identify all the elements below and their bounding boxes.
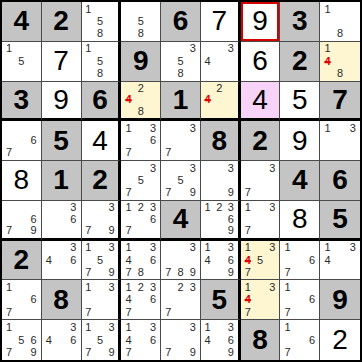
candidate-6: 6: [306, 254, 318, 266]
candidate-grid: 13469: [201, 241, 238, 280]
candidate-grid: 137: [241, 201, 280, 238]
candidate-9: 9: [28, 225, 40, 237]
empty-candidate-slot: [122, 213, 134, 225]
candidate-1: 1: [202, 321, 214, 334]
cell-r3c1[interactable]: 3: [2, 82, 42, 122]
empty-candidate-slot: [147, 225, 159, 237]
cell-r4c5[interactable]: 37: [161, 121, 201, 161]
empty-candidate-slot: [254, 266, 266, 278]
candidate-8: 8: [334, 67, 347, 79]
cell-r6c5[interactable]: 4: [161, 201, 201, 241]
candidate-6: 6: [28, 213, 40, 225]
candidate-7: 7: [83, 266, 95, 278]
empty-candidate-slot: [147, 147, 159, 159]
empty-candidate-slot: [174, 147, 186, 159]
candidate-3: 3: [67, 242, 79, 254]
candidate-3: 3: [106, 281, 118, 293]
cell-r4c2[interactable]: 5: [42, 121, 82, 161]
empty-candidate-slot: [147, 174, 159, 186]
cell-r2c8[interactable]: 2: [280, 42, 320, 82]
candidate-6: 6: [306, 334, 318, 347]
empty-candidate-slot: [334, 3, 347, 15]
empty-candidate-slot: [106, 15, 118, 27]
empty-candidate-slot: [162, 281, 174, 293]
empty-candidate-slot: [162, 334, 174, 347]
cell-r8c9[interactable]: 9: [320, 280, 360, 320]
empty-candidate-slot: [94, 281, 106, 293]
candidate-4: 4: [202, 334, 214, 347]
empty-candidate-slot: [147, 306, 159, 318]
empty-candidate-slot: [28, 43, 40, 55]
cell-value: 3: [292, 7, 308, 35]
empty-candidate-slot: [254, 242, 266, 254]
cell-r4c1[interactable]: 67: [2, 121, 42, 161]
cell-r5c3[interactable]: 2: [82, 161, 122, 201]
empty-candidate-slot: [135, 3, 147, 15]
cell-r1c6[interactable]: 7: [201, 2, 241, 42]
cell-r4c7[interactable]: 2: [241, 121, 281, 161]
candidate-1: 1: [83, 242, 95, 254]
empty-candidate-slot: [174, 334, 186, 347]
cell-r1c3[interactable]: 158: [82, 2, 122, 42]
candidate-3: 3: [266, 242, 278, 254]
candidate-8: 8: [135, 106, 147, 118]
cell-r1c7[interactable]: 9: [241, 2, 281, 42]
candidate-6: 6: [147, 135, 159, 147]
cell-value: 9: [53, 86, 69, 114]
candidate-3: 3: [187, 281, 199, 293]
cell-r9c9[interactable]: 2: [320, 320, 360, 360]
empty-candidate-slot: [294, 346, 306, 359]
empty-candidate-slot: [294, 266, 306, 278]
cell-r5c6[interactable]: 39: [201, 161, 241, 201]
cell-r3c9[interactable]: 7: [320, 82, 360, 122]
cell-r5c8[interactable]: 4: [280, 161, 320, 201]
cell-value: 5: [292, 86, 308, 114]
cell-value: 1: [53, 166, 69, 194]
empty-candidate-slot: [225, 83, 237, 95]
candidate-3: 3: [346, 122, 359, 134]
cell-r6c9[interactable]: 5: [320, 201, 360, 241]
empty-candidate-slot: [187, 174, 199, 186]
candidate-7: 7: [242, 225, 254, 237]
candidate-grid: 346: [42, 241, 81, 280]
empty-candidate-slot: [28, 202, 40, 214]
cell-r6c4[interactable]: 12367: [121, 201, 161, 241]
empty-candidate-slot: [162, 135, 174, 147]
empty-candidate-slot: [15, 321, 27, 334]
empty-candidate-slot: [135, 147, 147, 159]
candidate-grid: 13579: [82, 241, 119, 280]
candidate-3: 3: [106, 202, 118, 214]
empty-candidate-slot: [174, 242, 186, 254]
candidate-8: 8: [94, 28, 106, 40]
candidate-grid: 37: [161, 121, 200, 160]
candidate-9: 9: [106, 346, 118, 359]
candidate-1: 1: [321, 43, 334, 55]
empty-candidate-slot: [122, 28, 134, 40]
cell-r5c2[interactable]: 1: [42, 161, 82, 201]
candidate-1: 1: [281, 321, 293, 334]
empty-candidate-slot: [254, 162, 266, 174]
empty-candidate-slot: [135, 187, 147, 199]
empty-candidate-slot: [213, 266, 225, 278]
cell-r1c8[interactable]: 3: [280, 2, 320, 42]
cell-r2c9[interactable]: 148: [320, 42, 360, 82]
empty-candidate-slot: [28, 122, 40, 134]
candidate-1: 1: [122, 202, 134, 214]
empty-candidate-slot: [106, 55, 118, 67]
candidate-6: 6: [67, 254, 79, 266]
cell-r3c3[interactable]: 6: [82, 82, 122, 122]
cell-r1c4[interactable]: 58: [121, 2, 161, 42]
cell-r3c4[interactable]: 248: [121, 82, 161, 122]
cell-r8c7[interactable]: 1347: [241, 280, 281, 320]
empty-candidate-slot: [294, 294, 306, 306]
empty-candidate-slot: [254, 187, 266, 199]
candidate-grid: 248: [121, 82, 160, 119]
empty-candidate-slot: [94, 346, 106, 359]
candidate-grid: 148: [320, 42, 360, 81]
candidate-grid: 167: [2, 280, 41, 319]
cell-r6c6[interactable]: 12369: [201, 201, 241, 241]
candidate-4: 4: [43, 254, 55, 266]
candidate-1: 1: [202, 242, 214, 254]
candidate-5: 5: [174, 55, 186, 67]
empty-candidate-slot: [106, 254, 118, 266]
empty-candidate-slot: [94, 321, 106, 334]
cell-r7c5[interactable]: 3789: [161, 241, 201, 281]
cell-r7c4[interactable]: 134678: [121, 241, 161, 281]
candidate-3: 3: [225, 162, 237, 174]
empty-candidate-slot: [55, 213, 67, 225]
empty-candidate-slot: [55, 334, 67, 347]
eliminated-candidate-4: 4: [242, 294, 254, 306]
empty-candidate-slot: [187, 135, 199, 147]
cell-r5c5[interactable]: 3579: [161, 161, 201, 201]
cell-r5c1[interactable]: 8: [2, 161, 42, 201]
empty-candidate-slot: [225, 106, 237, 118]
cell-r7c7[interactable]: 13457: [241, 241, 281, 281]
cell-r8c3[interactable]: 137: [82, 280, 122, 320]
cell-value: 7: [332, 86, 348, 114]
cell-r7c9[interactable]: 134: [320, 241, 360, 281]
cell-value: 5: [53, 127, 69, 155]
empty-candidate-slot: [28, 147, 40, 159]
cell-r7c3[interactable]: 13579: [82, 241, 122, 281]
cell-r2c3[interactable]: 158: [82, 42, 122, 82]
cell-r2c4[interactable]: 9: [121, 42, 161, 82]
cell-value: 9: [292, 127, 308, 155]
cell-value: 8: [211, 127, 227, 155]
cell-r2c6[interactable]: 34: [201, 42, 241, 82]
candidate-7: 7: [281, 266, 293, 278]
empty-candidate-slot: [162, 242, 174, 254]
cell-r5c7[interactable]: 37: [241, 161, 281, 201]
cell-value: 5: [211, 286, 227, 314]
cell-r7c1[interactable]: 2: [2, 241, 42, 281]
cell-r2c7[interactable]: 6: [241, 42, 281, 82]
cell-value: 9: [252, 7, 268, 35]
cell-r8c5[interactable]: 237: [161, 280, 201, 320]
empty-candidate-slot: [147, 28, 159, 40]
cell-r9c5[interactable]: 379: [161, 320, 201, 360]
cell-r7c2[interactable]: 346: [42, 241, 82, 281]
candidate-7: 7: [83, 306, 95, 318]
cell-value: 7: [53, 47, 69, 75]
empty-candidate-slot: [106, 213, 118, 225]
empty-candidate-slot: [15, 306, 27, 318]
cell-value: 2: [92, 166, 108, 194]
candidate-2: 2: [135, 202, 147, 214]
candidate-9: 9: [225, 225, 237, 237]
cell-r4c8[interactable]: 9: [280, 121, 320, 161]
cell-r8c8[interactable]: 167: [280, 280, 320, 320]
empty-candidate-slot: [202, 106, 214, 118]
empty-candidate-slot: [3, 135, 15, 147]
empty-candidate-slot: [187, 254, 199, 266]
empty-candidate-slot: [135, 294, 147, 306]
cell-r2c2[interactable]: 7: [42, 42, 82, 82]
empty-candidate-slot: [174, 321, 186, 334]
empty-candidate-slot: [28, 281, 40, 293]
empty-candidate-slot: [266, 294, 278, 306]
candidate-3: 3: [225, 202, 237, 214]
cell-r9c8[interactable]: 167: [280, 320, 320, 360]
cell-r1c9[interactable]: 18: [320, 2, 360, 42]
cell-value: 6: [92, 86, 108, 114]
empty-candidate-slot: [28, 67, 40, 79]
candidate-8: 8: [334, 28, 347, 40]
empty-candidate-slot: [346, 3, 359, 15]
empty-candidate-slot: [3, 67, 15, 79]
empty-candidate-slot: [94, 3, 106, 15]
empty-candidate-slot: [43, 202, 55, 214]
empty-candidate-slot: [346, 67, 359, 79]
empty-candidate-slot: [3, 122, 15, 134]
candidate-grid: 158: [82, 2, 119, 41]
empty-candidate-slot: [28, 306, 40, 318]
cell-r6c3[interactable]: 379: [82, 201, 122, 241]
candidate-grid: 58: [121, 2, 160, 41]
candidate-1: 1: [321, 242, 334, 254]
candidate-5: 5: [94, 55, 106, 67]
cell-r4c4[interactable]: 1367: [121, 121, 161, 161]
cell-r4c9[interactable]: 13: [320, 121, 360, 161]
empty-candidate-slot: [294, 321, 306, 334]
candidate-6: 6: [147, 254, 159, 266]
empty-candidate-slot: [242, 213, 254, 225]
empty-candidate-slot: [15, 135, 27, 147]
candidate-2: 2: [213, 83, 225, 95]
cell-r8c1[interactable]: 167: [2, 280, 42, 320]
candidate-3: 3: [225, 321, 237, 334]
candidate-4: 4: [122, 254, 134, 266]
candidate-1: 1: [281, 242, 293, 254]
candidate-1: 1: [83, 43, 95, 55]
cell-value: 2: [332, 326, 348, 354]
candidate-1: 1: [3, 321, 15, 334]
empty-candidate-slot: [174, 135, 186, 147]
cell-value: 6: [332, 166, 348, 194]
empty-candidate-slot: [147, 15, 159, 27]
candidate-7: 7: [122, 346, 134, 359]
empty-candidate-slot: [135, 334, 147, 347]
cell-r1c2[interactable]: 2: [42, 2, 82, 42]
candidate-7: 7: [162, 147, 174, 159]
cell-r8c6[interactable]: 5: [201, 280, 241, 320]
candidate-6: 6: [147, 213, 159, 225]
candidate-1: 1: [321, 122, 334, 134]
cell-r9c7[interactable]: 8: [241, 320, 281, 360]
candidate-3: 3: [147, 122, 159, 134]
candidate-7: 7: [162, 266, 174, 278]
eliminated-candidate-4: 4: [122, 94, 134, 106]
empty-candidate-slot: [83, 28, 95, 40]
empty-candidate-slot: [106, 294, 118, 306]
candidate-8: 8: [174, 67, 186, 79]
candidate-5: 5: [15, 334, 27, 347]
empty-candidate-slot: [242, 162, 254, 174]
empty-candidate-slot: [122, 174, 134, 186]
eliminated-candidate-4: 4: [321, 55, 334, 67]
cell-r9c1[interactable]: 15679: [2, 320, 42, 360]
empty-candidate-slot: [162, 122, 174, 134]
empty-candidate-slot: [94, 306, 106, 318]
candidate-9: 9: [187, 187, 199, 199]
empty-candidate-slot: [202, 266, 214, 278]
candidate-1: 1: [321, 3, 334, 15]
cell-r3c7[interactable]: 4: [241, 82, 281, 122]
candidate-9: 9: [106, 266, 118, 278]
empty-candidate-slot: [266, 213, 278, 225]
candidate-7: 7: [162, 187, 174, 199]
candidate-5: 5: [174, 174, 186, 186]
cell-r8c4[interactable]: 123467: [121, 280, 161, 320]
cell-r4c3[interactable]: 4: [82, 121, 122, 161]
empty-candidate-slot: [306, 321, 318, 334]
candidate-7: 7: [162, 306, 174, 318]
candidate-grid: 167: [280, 280, 319, 319]
candidate-2: 2: [174, 281, 186, 293]
candidate-3: 3: [147, 202, 159, 214]
empty-candidate-slot: [306, 346, 318, 359]
candidate-3: 3: [225, 242, 237, 254]
empty-candidate-slot: [15, 202, 27, 214]
empty-candidate-slot: [346, 135, 359, 147]
candidate-3: 3: [106, 242, 118, 254]
empty-candidate-slot: [43, 225, 55, 237]
empty-candidate-slot: [294, 306, 306, 318]
empty-candidate-slot: [213, 43, 225, 55]
empty-candidate-slot: [346, 43, 359, 55]
cell-r6c1[interactable]: 679: [2, 201, 42, 241]
cell-r4c6[interactable]: 8: [201, 121, 241, 161]
cell-r6c8[interactable]: 8: [280, 201, 320, 241]
empty-candidate-slot: [15, 43, 27, 55]
candidate-grid: 13: [320, 121, 360, 160]
cell-r2c1[interactable]: 15: [2, 42, 42, 82]
empty-candidate-slot: [55, 266, 67, 278]
candidate-4: 4: [202, 254, 214, 266]
empty-candidate-slot: [28, 55, 40, 67]
candidate-6: 6: [306, 294, 318, 306]
candidate-grid: 123467: [121, 280, 160, 319]
cell-r3c5[interactable]: 1: [161, 82, 201, 122]
empty-candidate-slot: [213, 94, 225, 106]
cell-r6c2[interactable]: 36: [42, 201, 82, 241]
empty-candidate-slot: [147, 106, 159, 118]
empty-candidate-slot: [55, 225, 67, 237]
cell-value: 8: [14, 166, 30, 194]
cell-value: 8: [252, 326, 268, 354]
candidate-grid: 358: [161, 42, 200, 81]
empty-candidate-slot: [15, 294, 27, 306]
cell-r8c2[interactable]: 8: [42, 280, 82, 320]
cell-r1c1[interactable]: 4: [2, 2, 42, 42]
cell-r9c3[interactable]: 13579: [82, 320, 122, 360]
cell-r6c7[interactable]: 137: [241, 201, 281, 241]
empty-candidate-slot: [135, 122, 147, 134]
empty-candidate-slot: [83, 294, 95, 306]
candidate-5: 5: [15, 55, 27, 67]
empty-candidate-slot: [55, 254, 67, 266]
empty-candidate-slot: [306, 266, 318, 278]
empty-candidate-slot: [321, 67, 334, 79]
cell-r2c5[interactable]: 358: [161, 42, 201, 82]
cell-r7c6[interactable]: 13469: [201, 241, 241, 281]
empty-candidate-slot: [94, 266, 106, 278]
empty-candidate-slot: [202, 174, 214, 186]
candidate-4: 4: [122, 294, 134, 306]
cell-value: 4: [92, 127, 108, 155]
cell-r9c6[interactable]: 13469: [201, 320, 241, 360]
cell-r5c9[interactable]: 6: [320, 161, 360, 201]
cell-r1c5[interactable]: 6: [161, 2, 201, 42]
empty-candidate-slot: [122, 3, 134, 15]
candidate-1: 1: [202, 202, 214, 214]
empty-candidate-slot: [147, 94, 159, 106]
candidate-3: 3: [147, 281, 159, 293]
cell-r7c8[interactable]: 167: [280, 241, 320, 281]
cell-r9c2[interactable]: 346: [42, 320, 82, 360]
empty-candidate-slot: [187, 67, 199, 79]
cell-r3c2[interactable]: 9: [42, 82, 82, 122]
candidate-7: 7: [122, 225, 134, 237]
empty-candidate-slot: [135, 254, 147, 266]
cell-r9c4[interactable]: 13467: [121, 320, 161, 360]
candidate-grid: 12367: [121, 201, 160, 238]
empty-candidate-slot: [174, 43, 186, 55]
candidate-grid: 34: [201, 42, 238, 81]
empty-candidate-slot: [321, 147, 334, 159]
candidate-5: 5: [94, 15, 106, 27]
empty-candidate-slot: [122, 15, 134, 27]
cell-r3c6[interactable]: 24: [201, 82, 241, 122]
empty-candidate-slot: [202, 67, 214, 79]
empty-candidate-slot: [122, 162, 134, 174]
empty-candidate-slot: [266, 174, 278, 186]
empty-candidate-slot: [174, 162, 186, 174]
empty-candidate-slot: [3, 202, 15, 214]
candidate-7: 7: [242, 266, 254, 278]
cell-r3c8[interactable]: 5: [280, 82, 320, 122]
candidate-7: 7: [83, 225, 95, 237]
empty-candidate-slot: [15, 213, 27, 225]
empty-candidate-slot: [106, 67, 118, 79]
empty-candidate-slot: [15, 225, 27, 237]
cell-r5c4[interactable]: 357: [121, 161, 161, 201]
